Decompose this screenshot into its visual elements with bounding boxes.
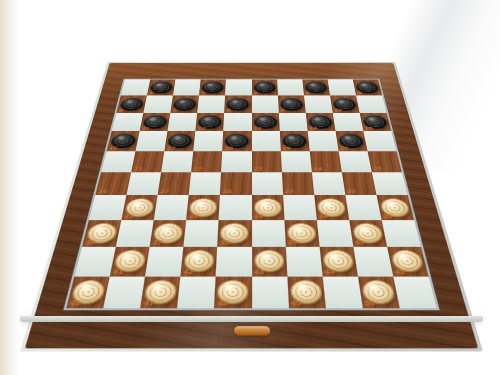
light-square — [283, 195, 317, 220]
square-13[interactable]: 13 — [252, 113, 280, 131]
light-square — [216, 247, 251, 276]
square-number: 49 — [291, 300, 302, 308]
light-square — [280, 151, 311, 172]
square-23[interactable]: 23 — [252, 151, 282, 172]
square-number: 37 — [152, 240, 163, 246]
square-number: 21 — [133, 167, 143, 172]
light-square — [277, 80, 304, 96]
light-square — [89, 195, 127, 220]
square-number: 24 — [313, 167, 322, 172]
square-10[interactable]: 10 — [330, 96, 360, 113]
square-number: 6 — [118, 108, 123, 112]
light-square — [194, 131, 224, 151]
square-number: 43 — [254, 268, 264, 275]
square-20[interactable]: 20 — [335, 131, 367, 151]
light-square — [225, 80, 251, 96]
square-number: 11 — [142, 126, 151, 130]
square-36[interactable]: 36 — [82, 220, 121, 247]
square-21[interactable]: 21 — [131, 151, 164, 172]
light-square — [327, 80, 356, 96]
square-number: 26 — [98, 189, 109, 194]
square-number: 42 — [183, 268, 194, 275]
light-square — [363, 131, 396, 151]
square-6[interactable]: 6 — [116, 96, 147, 113]
square-47[interactable]: 47 — [140, 276, 180, 308]
square-4[interactable]: 4 — [302, 80, 330, 96]
light-square — [101, 151, 135, 172]
square-number: 7 — [172, 108, 177, 112]
square-26[interactable]: 26 — [95, 172, 131, 195]
square-number: 50 — [364, 300, 376, 308]
square-30[interactable]: 30 — [342, 172, 377, 195]
light-square — [356, 96, 387, 113]
square-number: 19 — [282, 146, 291, 151]
square-44[interactable]: 44 — [319, 247, 357, 276]
square-number: 5 — [357, 91, 362, 95]
light-square — [322, 276, 362, 308]
square-42[interactable]: 42 — [181, 247, 218, 276]
square-number: 16 — [109, 146, 119, 151]
light-square — [197, 96, 225, 113]
square-16[interactable]: 16 — [107, 131, 140, 151]
square-number: 28 — [222, 189, 231, 194]
square-41[interactable]: 41 — [110, 247, 150, 276]
light-square — [168, 113, 198, 131]
light-square — [304, 96, 333, 113]
square-1[interactable]: 1 — [147, 80, 176, 96]
square-number: 36 — [84, 240, 96, 246]
photo-scene: 1234567891011121314151617181920212223242… — [0, 0, 500, 375]
light-square — [252, 220, 286, 247]
light-square — [312, 172, 346, 195]
playing-field: 1234567891011121314151617181920212223242… — [63, 79, 439, 311]
light-square — [224, 113, 252, 131]
square-39[interactable]: 39 — [284, 220, 319, 247]
square-27[interactable]: 27 — [158, 172, 192, 195]
square-12[interactable]: 12 — [196, 113, 225, 131]
light-square — [219, 195, 252, 220]
square-number: 29 — [284, 189, 294, 194]
square-2[interactable]: 2 — [199, 80, 226, 96]
square-49[interactable]: 49 — [287, 276, 326, 308]
light-square — [317, 220, 354, 247]
square-number: 35 — [382, 213, 393, 219]
square-9[interactable]: 9 — [278, 96, 306, 113]
square-number: 34 — [318, 213, 328, 219]
square-number: 23 — [253, 167, 262, 172]
light-square — [372, 172, 408, 195]
square-number: 4 — [305, 91, 309, 95]
light-square — [189, 172, 221, 195]
light-square — [221, 151, 251, 172]
light-square — [112, 113, 144, 131]
light-square — [145, 247, 183, 276]
light-square — [252, 96, 279, 113]
square-34[interactable]: 34 — [314, 195, 349, 220]
light-square — [103, 276, 145, 308]
square-number: 38 — [220, 240, 230, 246]
square-number: 1 — [149, 91, 154, 95]
light-square — [345, 195, 381, 220]
square-number: 8 — [226, 108, 230, 112]
square-28[interactable]: 28 — [220, 172, 251, 195]
square-number: 25 — [373, 167, 383, 172]
square-48[interactable]: 48 — [214, 276, 251, 308]
light-square — [127, 172, 162, 195]
light-square — [393, 276, 437, 308]
square-5[interactable]: 5 — [353, 80, 382, 96]
light-square — [382, 220, 421, 247]
square-number: 44 — [324, 268, 335, 275]
light-square — [121, 80, 150, 96]
light-square — [333, 113, 364, 131]
light-square — [143, 96, 173, 113]
square-number: 10 — [334, 108, 343, 112]
light-square — [136, 131, 168, 151]
square-19[interactable]: 19 — [279, 131, 309, 151]
square-number: 41 — [112, 268, 124, 275]
light-square — [154, 195, 189, 220]
light-square — [252, 131, 281, 151]
square-43[interactable]: 43 — [252, 247, 287, 276]
square-11[interactable]: 11 — [140, 113, 171, 131]
light-square — [184, 220, 219, 247]
square-number: 18 — [224, 146, 233, 151]
square-number: 31 — [124, 213, 135, 219]
light-square — [173, 80, 201, 96]
square-25[interactable]: 25 — [367, 151, 401, 172]
square-number: 32 — [189, 213, 199, 219]
square-22[interactable]: 22 — [191, 151, 222, 172]
square-number: 40 — [354, 240, 365, 246]
square-number: 39 — [287, 240, 297, 246]
square-number: 3 — [253, 91, 257, 95]
square-number: 15 — [364, 126, 373, 130]
square-33[interactable]: 33 — [252, 195, 285, 220]
square-32[interactable]: 32 — [186, 195, 220, 220]
square-15[interactable]: 15 — [360, 113, 392, 131]
board-bottom-side-edge — [20, 316, 483, 322]
square-number: 27 — [160, 189, 170, 194]
square-number: 13 — [253, 126, 261, 130]
square-8[interactable]: 8 — [224, 96, 251, 113]
light-square — [285, 247, 322, 276]
square-number: 30 — [346, 189, 356, 194]
square-number: 47 — [143, 300, 155, 308]
square-35[interactable]: 35 — [376, 195, 414, 220]
square-17[interactable]: 17 — [165, 131, 196, 151]
square-29[interactable]: 29 — [282, 172, 314, 195]
square-number: 14 — [309, 126, 318, 130]
square-number: 48 — [217, 300, 228, 308]
light-square — [161, 151, 193, 172]
board-clasp — [234, 326, 270, 335]
square-number: 33 — [254, 213, 264, 219]
square-24[interactable]: 24 — [309, 151, 341, 172]
square-number: 17 — [167, 146, 176, 151]
square-number: 9 — [280, 108, 284, 112]
light-square — [307, 131, 338, 151]
square-number: 46 — [69, 300, 82, 308]
square-38[interactable]: 38 — [218, 220, 252, 247]
square-40[interactable]: 40 — [349, 220, 387, 247]
light-square — [252, 172, 283, 195]
square-number: 12 — [197, 126, 206, 130]
square-14[interactable]: 14 — [306, 113, 336, 131]
square-number: 2 — [201, 91, 205, 95]
light-square — [252, 276, 289, 308]
light-square — [338, 151, 371, 172]
light-square — [279, 113, 308, 131]
square-18[interactable]: 18 — [223, 131, 252, 151]
square-number: 45 — [394, 268, 406, 275]
light-square — [116, 220, 154, 247]
square-37[interactable]: 37 — [150, 220, 187, 247]
light-square — [177, 276, 216, 308]
square-45[interactable]: 45 — [387, 247, 428, 276]
square-3[interactable]: 3 — [252, 80, 278, 96]
square-31[interactable]: 31 — [121, 195, 157, 220]
square-number: 20 — [340, 146, 349, 151]
square-number: 22 — [193, 167, 202, 172]
square-7[interactable]: 7 — [170, 96, 199, 113]
